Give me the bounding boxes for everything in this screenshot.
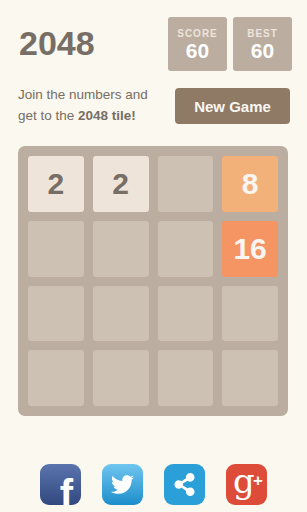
- google-plus-icon[interactable]: g +: [226, 464, 267, 505]
- empty-cell: [93, 221, 149, 277]
- empty-cell: [28, 286, 84, 342]
- score-box: SCORE 60: [168, 17, 227, 71]
- empty-cell: [28, 221, 84, 277]
- empty-cell: [158, 286, 214, 342]
- tile-8: 8: [222, 156, 278, 212]
- subtitle-line1: Join the numbers and: [18, 87, 148, 102]
- new-game-button[interactable]: New Game: [175, 88, 290, 124]
- share-nodes-icon: [174, 473, 195, 496]
- google-plus-g-glyph: g: [233, 464, 255, 502]
- empty-cell: [222, 350, 278, 406]
- facebook-icon[interactable]: f: [40, 464, 81, 505]
- page-title: 2048: [19, 24, 95, 63]
- best-label: BEST: [247, 28, 278, 39]
- best-value: 60: [251, 40, 274, 61]
- empty-cell: [222, 286, 278, 342]
- empty-cell: [93, 286, 149, 342]
- twitter-icon[interactable]: [102, 464, 143, 505]
- facebook-f-glyph: f: [60, 474, 73, 505]
- empty-cell: [28, 350, 84, 406]
- tile-2: 2: [93, 156, 149, 212]
- tile-16: 16: [222, 221, 278, 277]
- google-plus-plus-glyph: +: [253, 472, 263, 489]
- empty-cell: [158, 156, 214, 212]
- empty-cell: [158, 221, 214, 277]
- score-label: SCORE: [177, 28, 218, 39]
- score-value: 60: [186, 40, 209, 61]
- best-box: BEST 60: [233, 17, 292, 71]
- subtitle-goal: 2048 tile!: [78, 108, 136, 123]
- share-icon[interactable]: [164, 464, 205, 505]
- game-subtitle: Join the numbers andget to the 2048 tile…: [18, 85, 188, 127]
- app-screen: 2048 SCORE 60 BEST 60 Join the numbers a…: [0, 0, 307, 512]
- tile-2: 2: [28, 156, 84, 212]
- empty-cell: [93, 350, 149, 406]
- game-board[interactable]: 22816: [18, 146, 288, 416]
- empty-cell: [158, 350, 214, 406]
- score-panel: SCORE 60 BEST 60: [168, 17, 292, 71]
- twitter-bird-icon: [109, 473, 136, 496]
- social-bar: f g +: [0, 464, 307, 505]
- subtitle-line2: get to the: [18, 108, 78, 123]
